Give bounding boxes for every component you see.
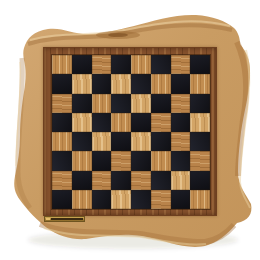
- square-d7[interactable]: [111, 74, 131, 93]
- square-g7[interactable]: [171, 74, 191, 93]
- square-c2[interactable]: [92, 171, 112, 190]
- plaque-logo-icon: [46, 218, 50, 220]
- square-h8[interactable]: [190, 55, 210, 74]
- square-a6[interactable]: [52, 94, 72, 113]
- square-f5[interactable]: [151, 113, 171, 132]
- square-b7[interactable]: [72, 74, 92, 93]
- chessboard-photo: [0, 0, 260, 260]
- square-g4[interactable]: [171, 132, 191, 151]
- square-d2[interactable]: [111, 171, 131, 190]
- square-b5[interactable]: [72, 113, 92, 132]
- square-g5[interactable]: [171, 113, 191, 132]
- square-a5[interactable]: [52, 113, 72, 132]
- square-f4[interactable]: [151, 132, 171, 151]
- square-h4[interactable]: [190, 132, 210, 151]
- square-c3[interactable]: [92, 151, 112, 170]
- square-e8[interactable]: [131, 55, 151, 74]
- square-g3[interactable]: [171, 151, 191, 170]
- square-e5[interactable]: [131, 113, 151, 132]
- square-e7[interactable]: [131, 74, 151, 93]
- square-a2[interactable]: [52, 171, 72, 190]
- square-b6[interactable]: [72, 94, 92, 113]
- square-b2[interactable]: [72, 171, 92, 190]
- square-e4[interactable]: [131, 132, 151, 151]
- board-frame: [43, 47, 217, 216]
- brand-plaque: [44, 216, 85, 222]
- square-d6[interactable]: [111, 94, 131, 113]
- square-c8[interactable]: [92, 55, 112, 74]
- square-e1[interactable]: [131, 190, 151, 209]
- square-e6[interactable]: [131, 94, 151, 113]
- square-a8[interactable]: [52, 55, 72, 74]
- square-g6[interactable]: [171, 94, 191, 113]
- square-b4[interactable]: [72, 132, 92, 151]
- square-d4[interactable]: [111, 132, 131, 151]
- square-c7[interactable]: [92, 74, 112, 93]
- square-h1[interactable]: [190, 190, 210, 209]
- square-a3[interactable]: [52, 151, 72, 170]
- square-c1[interactable]: [92, 190, 112, 209]
- square-f6[interactable]: [151, 94, 171, 113]
- square-c4[interactable]: [92, 132, 112, 151]
- square-a1[interactable]: [52, 190, 72, 209]
- wood-knot-core: [108, 33, 128, 37]
- square-b1[interactable]: [72, 190, 92, 209]
- square-d3[interactable]: [111, 151, 131, 170]
- square-f7[interactable]: [151, 74, 171, 93]
- square-b8[interactable]: [72, 55, 92, 74]
- chess-board: [52, 55, 210, 209]
- square-c5[interactable]: [92, 113, 112, 132]
- square-f1[interactable]: [151, 190, 171, 209]
- square-g1[interactable]: [171, 190, 191, 209]
- square-h7[interactable]: [190, 74, 210, 93]
- square-d1[interactable]: [111, 190, 131, 209]
- square-f8[interactable]: [151, 55, 171, 74]
- square-e3[interactable]: [131, 151, 151, 170]
- square-g2[interactable]: [171, 171, 191, 190]
- square-d8[interactable]: [111, 55, 131, 74]
- square-h2[interactable]: [190, 171, 210, 190]
- square-f2[interactable]: [151, 171, 171, 190]
- square-h6[interactable]: [190, 94, 210, 113]
- square-a7[interactable]: [52, 74, 72, 93]
- square-g8[interactable]: [171, 55, 191, 74]
- square-b3[interactable]: [72, 151, 92, 170]
- square-e2[interactable]: [131, 171, 151, 190]
- square-d5[interactable]: [111, 113, 131, 132]
- plaque-engraving: [51, 218, 83, 220]
- square-a4[interactable]: [52, 132, 72, 151]
- square-h3[interactable]: [190, 151, 210, 170]
- square-f3[interactable]: [151, 151, 171, 170]
- square-h5[interactable]: [190, 113, 210, 132]
- square-c6[interactable]: [92, 94, 112, 113]
